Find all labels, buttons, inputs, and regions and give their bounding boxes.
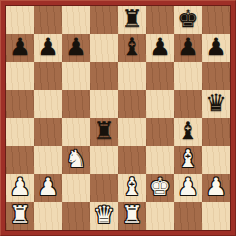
piece-white-king: ♚ xyxy=(146,174,174,202)
square-b5[interactable] xyxy=(34,90,62,118)
piece-black-pawn: ♟ xyxy=(174,34,202,62)
square-h8[interactable] xyxy=(202,6,230,34)
piece-white-pawn: ♟ xyxy=(6,174,34,202)
piece-white-pawn: ♟ xyxy=(174,174,202,202)
square-b6[interactable] xyxy=(34,62,62,90)
square-e6[interactable] xyxy=(118,62,146,90)
piece-black-rook: ♜ xyxy=(118,6,146,34)
square-g2[interactable]: ♟ xyxy=(174,174,202,202)
square-e5[interactable] xyxy=(118,90,146,118)
square-h3[interactable] xyxy=(202,146,230,174)
piece-black-pawn: ♟ xyxy=(62,34,90,62)
piece-black-pawn: ♟ xyxy=(202,34,230,62)
square-b8[interactable] xyxy=(34,6,62,34)
square-d2[interactable] xyxy=(90,174,118,202)
square-c1[interactable] xyxy=(62,202,90,230)
piece-white-knight: ♞ xyxy=(62,146,90,174)
piece-black-pawn: ♟ xyxy=(6,34,34,62)
piece-white-queen: ♛ xyxy=(90,202,118,230)
piece-black-bishop: ♝ xyxy=(174,118,202,146)
piece-black-king: ♚ xyxy=(174,6,202,34)
square-e3[interactable] xyxy=(118,146,146,174)
piece-white-bishop: ♝ xyxy=(118,174,146,202)
square-g8[interactable]: ♚ xyxy=(174,6,202,34)
piece-black-rook: ♜ xyxy=(90,118,118,146)
square-d1[interactable]: ♛ xyxy=(90,202,118,230)
square-h2[interactable]: ♟ xyxy=(202,174,230,202)
square-b1[interactable] xyxy=(34,202,62,230)
square-b2[interactable]: ♟ xyxy=(34,174,62,202)
piece-black-pawn: ♟ xyxy=(146,34,174,62)
square-c2[interactable] xyxy=(62,174,90,202)
piece-white-bishop: ♝ xyxy=(174,146,202,174)
piece-black-queen: ♛ xyxy=(202,90,230,118)
piece-black-bishop: ♝ xyxy=(118,34,146,62)
piece-white-pawn: ♟ xyxy=(202,174,230,202)
square-g6[interactable] xyxy=(174,62,202,90)
square-e1[interactable]: ♜ xyxy=(118,202,146,230)
square-b7[interactable]: ♟ xyxy=(34,34,62,62)
square-a2[interactable]: ♟ xyxy=(6,174,34,202)
square-e7[interactable]: ♝ xyxy=(118,34,146,62)
square-d7[interactable] xyxy=(90,34,118,62)
square-f3[interactable] xyxy=(146,146,174,174)
square-e4[interactable] xyxy=(118,118,146,146)
square-g4[interactable]: ♝ xyxy=(174,118,202,146)
square-a7[interactable]: ♟ xyxy=(6,34,34,62)
board-frame: ♜♚♟♟♟♝♟♟♟♛♜♝♞♝♟♟♝♚♟♟♜♛♜ xyxy=(0,0,236,236)
square-a4[interactable] xyxy=(6,118,34,146)
square-f5[interactable] xyxy=(146,90,174,118)
square-g7[interactable]: ♟ xyxy=(174,34,202,62)
square-e2[interactable]: ♝ xyxy=(118,174,146,202)
square-b3[interactable] xyxy=(34,146,62,174)
square-d6[interactable] xyxy=(90,62,118,90)
square-c6[interactable] xyxy=(62,62,90,90)
square-a1[interactable]: ♜ xyxy=(6,202,34,230)
chess-board: ♜♚♟♟♟♝♟♟♟♛♜♝♞♝♟♟♝♚♟♟♜♛♜ xyxy=(6,6,230,230)
square-h4[interactable] xyxy=(202,118,230,146)
square-e8[interactable]: ♜ xyxy=(118,6,146,34)
square-a5[interactable] xyxy=(6,90,34,118)
square-h7[interactable]: ♟ xyxy=(202,34,230,62)
square-f1[interactable] xyxy=(146,202,174,230)
square-c7[interactable]: ♟ xyxy=(62,34,90,62)
square-c5[interactable] xyxy=(62,90,90,118)
piece-white-rook: ♜ xyxy=(6,202,34,230)
square-d8[interactable] xyxy=(90,6,118,34)
square-c8[interactable] xyxy=(62,6,90,34)
square-a3[interactable] xyxy=(6,146,34,174)
square-f6[interactable] xyxy=(146,62,174,90)
square-g3[interactable]: ♝ xyxy=(174,146,202,174)
piece-black-pawn: ♟ xyxy=(34,34,62,62)
square-f2[interactable]: ♚ xyxy=(146,174,174,202)
square-g5[interactable] xyxy=(174,90,202,118)
square-c4[interactable] xyxy=(62,118,90,146)
square-a8[interactable] xyxy=(6,6,34,34)
square-d3[interactable] xyxy=(90,146,118,174)
piece-white-rook: ♜ xyxy=(118,202,146,230)
square-a6[interactable] xyxy=(6,62,34,90)
square-d4[interactable]: ♜ xyxy=(90,118,118,146)
square-h5[interactable]: ♛ xyxy=(202,90,230,118)
square-f4[interactable] xyxy=(146,118,174,146)
square-h6[interactable] xyxy=(202,62,230,90)
square-h1[interactable] xyxy=(202,202,230,230)
square-f8[interactable] xyxy=(146,6,174,34)
square-b4[interactable] xyxy=(34,118,62,146)
square-g1[interactable] xyxy=(174,202,202,230)
square-c3[interactable]: ♞ xyxy=(62,146,90,174)
square-f7[interactable]: ♟ xyxy=(146,34,174,62)
square-d5[interactable] xyxy=(90,90,118,118)
piece-white-pawn: ♟ xyxy=(34,174,62,202)
